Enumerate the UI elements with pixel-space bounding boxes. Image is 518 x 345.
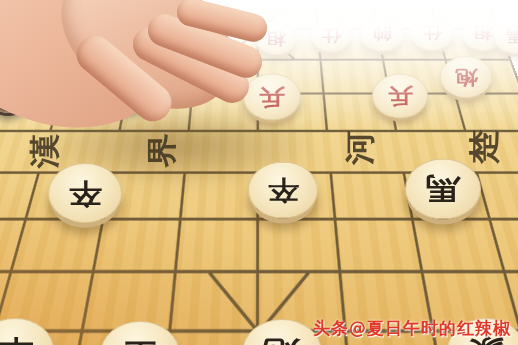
piece-red-帥[interactable]: 帥 [360,17,404,52]
river-label-界: 界 [147,133,177,168]
grid-cell [134,30,199,61]
piece-glyph: 士 [122,339,158,345]
piece-glyph: 仕 [322,27,341,43]
river-label-楚: 楚 [469,130,499,165]
piece-red-相[interactable]: 相 [255,21,297,55]
piece-glyph: 兵 [388,85,413,106]
grid-cell [9,30,80,61]
piece-red-炮[interactable]: 炮 [440,56,492,98]
piece-glyph: 炮 [455,67,478,87]
warm-light-tint [0,185,300,345]
piece-red-兵[interactable]: 兵 [243,74,301,121]
piece-black-卒[interactable]: 卒 [248,162,318,219]
piece-glyph: 卒 [0,89,17,106]
grid-cell [20,2,88,30]
piece-glyph: 卒 [268,177,299,203]
piece-glyph: 相 [267,30,286,46]
offboard-dark-piece[interactable]: 將 [104,75,150,109]
river-label-河: 河 [345,131,375,166]
grid-cell [71,30,139,61]
piece-glyph: 馬 [426,175,460,204]
piece-glyph: 相 [474,25,493,41]
piece-glyph: 馬 [506,28,518,44]
piece-glyph: 炮 [264,337,300,345]
piece-glyph: 卒 [69,179,102,207]
grid-cell [139,2,201,30]
river-label-漢: 漢 [30,134,60,169]
grid-cell [456,95,518,133]
piece-red-仕[interactable]: 仕 [310,18,352,52]
photo-stage: 漢界河楚 相仕帥仕相馬炮兵兵卒卒馬車士炮象 將卒 头条@夏日午时的红辣椒 [0,0,518,345]
piece-red-仕[interactable]: 仕 [410,16,454,51]
piece-glyph: 車 [0,335,33,345]
grid-cell [332,174,414,221]
piece-black-馬[interactable]: 馬 [405,159,481,220]
piece-glyph: 將 [118,83,136,100]
grid-cell [80,2,145,30]
watermark: 头条@夏日午时的红辣椒 [313,317,511,340]
grid-cell [336,221,423,274]
piece-glyph: 兵 [259,86,285,108]
piece-red-兵[interactable]: 兵 [372,74,428,119]
piece-glyph: 帥 [373,26,392,42]
piece-glyph: 仕 [423,25,442,41]
grid-cell [414,221,506,274]
piece-black-卒[interactable]: 卒 [48,163,122,223]
